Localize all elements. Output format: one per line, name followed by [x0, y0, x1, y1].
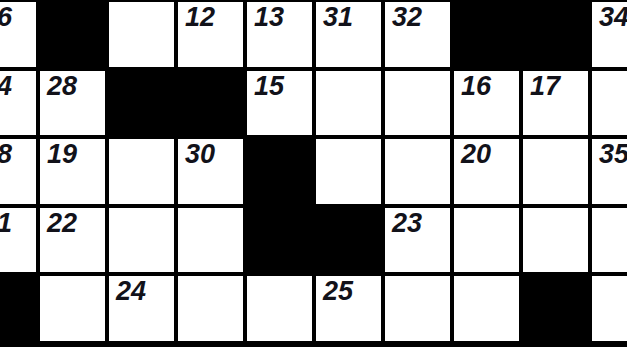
black-cell-r2c3: [109, 71, 174, 136]
clue-number: 12: [185, 4, 215, 31]
clue-number: 31: [323, 4, 353, 31]
cell-r4c8[interactable]: [454, 208, 519, 273]
clue-number: 13: [254, 4, 284, 31]
cell-r5c2[interactable]: [40, 276, 105, 341]
cell-r2c10[interactable]: [592, 71, 627, 136]
crossword-grid: 61213313234428151617819302035122232425: [0, 0, 627, 347]
clue-number: 6: [0, 4, 12, 31]
black-cell-r3c5: [247, 139, 312, 204]
clue-number: 35: [599, 141, 627, 168]
cell-r4c2[interactable]: 22: [40, 208, 105, 273]
cell-r3c4[interactable]: 30: [178, 139, 243, 204]
cell-r3c2[interactable]: 19: [40, 139, 105, 204]
clue-number: 32: [392, 4, 422, 31]
black-cell-r1c8: [454, 2, 519, 67]
cell-r3c7[interactable]: [385, 139, 450, 204]
cell-r5c8[interactable]: [454, 276, 519, 341]
cell-r4c7[interactable]: 23: [385, 208, 450, 273]
cell-r5c7[interactable]: [385, 276, 450, 341]
clue-number: 24: [116, 278, 146, 305]
clue-number: 30: [185, 141, 215, 168]
crossword-puzzle: 61213313234428151617819302035122232425: [0, 0, 627, 347]
cell-r5c10[interactable]: [592, 276, 627, 341]
clue-number: 15: [254, 73, 284, 100]
black-cell-r4c5: [247, 208, 312, 273]
clue-number: 22: [47, 210, 77, 237]
cell-r1c5[interactable]: 13: [247, 2, 312, 67]
cell-r2c1[interactable]: 4: [0, 71, 36, 136]
cell-r4c1[interactable]: 1: [0, 208, 36, 273]
clue-number: 25: [323, 278, 353, 305]
clue-number: 17: [530, 73, 560, 100]
clue-number: 23: [392, 210, 422, 237]
cell-r4c10[interactable]: [592, 208, 627, 273]
cell-r5c5[interactable]: [247, 276, 312, 341]
clue-number: 19: [47, 141, 77, 168]
clue-number: 28: [47, 73, 77, 100]
cell-r4c9[interactable]: [523, 208, 588, 273]
cell-r1c6[interactable]: 31: [316, 2, 381, 67]
cell-r3c10[interactable]: 35: [592, 139, 627, 204]
cell-r2c8[interactable]: 16: [454, 71, 519, 136]
cell-r3c9[interactable]: [523, 139, 588, 204]
clue-number: 20: [461, 141, 491, 168]
black-cell-r5c9: [523, 276, 588, 341]
black-cell-r1c2: [40, 2, 105, 67]
cell-r2c7[interactable]: [385, 71, 450, 136]
clue-number: 34: [599, 4, 627, 31]
black-cell-r5c1: [0, 276, 36, 341]
cell-r4c3[interactable]: [109, 208, 174, 273]
clue-number: 8: [0, 141, 12, 168]
cell-r1c4[interactable]: 12: [178, 2, 243, 67]
black-cell-r2c4: [178, 71, 243, 136]
cell-r2c9[interactable]: 17: [523, 71, 588, 136]
cell-r1c3[interactable]: [109, 2, 174, 67]
black-cell-r4c6: [316, 208, 381, 273]
cell-r2c6[interactable]: [316, 71, 381, 136]
cell-r5c4[interactable]: [178, 276, 243, 341]
clue-number: 16: [461, 73, 491, 100]
cell-r2c2[interactable]: 28: [40, 71, 105, 136]
cell-r3c3[interactable]: [109, 139, 174, 204]
cell-r5c3[interactable]: 24: [109, 276, 174, 341]
cell-r5c6[interactable]: 25: [316, 276, 381, 341]
cell-r3c6[interactable]: [316, 139, 381, 204]
cell-r1c10[interactable]: 34: [592, 2, 627, 67]
black-cell-r1c9: [523, 2, 588, 67]
clue-number: 4: [0, 73, 12, 100]
cell-r1c1[interactable]: 6: [0, 2, 36, 67]
cell-r3c1[interactable]: 8: [0, 139, 36, 204]
cell-r4c4[interactable]: [178, 208, 243, 273]
cell-r2c5[interactable]: 15: [247, 71, 312, 136]
cell-r3c8[interactable]: 20: [454, 139, 519, 204]
clue-number: 1: [0, 210, 12, 237]
cell-r1c7[interactable]: 32: [385, 2, 450, 67]
